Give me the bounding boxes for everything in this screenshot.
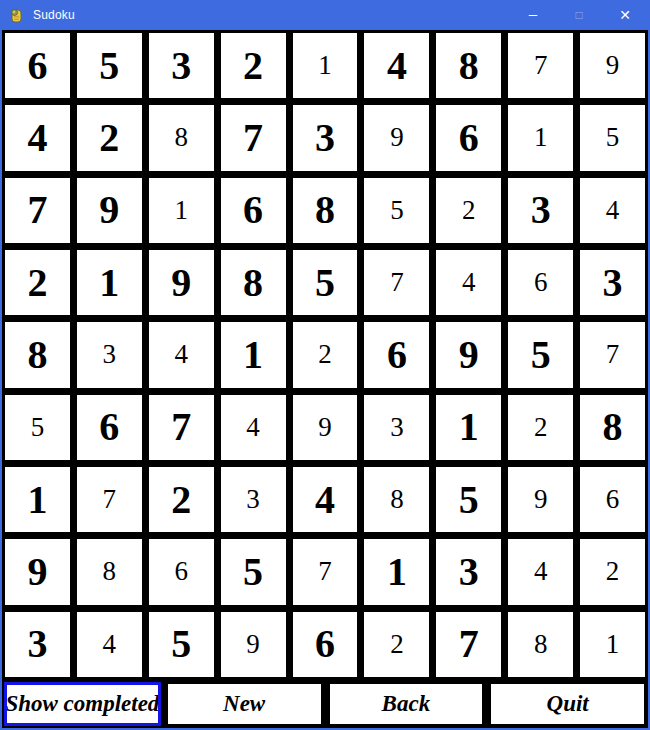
quit-button[interactable]: Quit <box>489 682 646 726</box>
cell-r8c5[interactable]: 7 <box>293 539 358 604</box>
cell-r3c5[interactable]: 8 <box>293 178 358 243</box>
cell-r2c1[interactable]: 4 <box>5 105 70 170</box>
cell-r1c5[interactable]: 1 <box>293 33 358 98</box>
cell-r4c5[interactable]: 5 <box>293 250 358 315</box>
sudoku-window: Sudoku – □ ✕ 653214879428739615791685234… <box>0 0 650 730</box>
cell-r6c8[interactable]: 2 <box>508 395 573 460</box>
sudoku-board: 6532148794287396157916852342198574638341… <box>2 30 648 680</box>
titlebar: Sudoku – □ ✕ <box>2 0 648 30</box>
cell-r4c6[interactable]: 7 <box>364 250 429 315</box>
cell-r5c3[interactable]: 4 <box>149 322 214 387</box>
cell-r1c1[interactable]: 6 <box>5 33 70 98</box>
cell-r1c4[interactable]: 2 <box>221 33 286 98</box>
cell-r4c4[interactable]: 8 <box>221 250 286 315</box>
cell-r1c8[interactable]: 7 <box>508 33 573 98</box>
cell-r6c3[interactable]: 7 <box>149 395 214 460</box>
cell-r5c2[interactable]: 3 <box>77 322 142 387</box>
minimize-button[interactable]: – <box>510 0 556 30</box>
cell-r2c5[interactable]: 3 <box>293 105 358 170</box>
cell-r9c9[interactable]: 1 <box>580 612 645 677</box>
cell-r7c8[interactable]: 9 <box>508 467 573 532</box>
cell-r4c2[interactable]: 1 <box>77 250 142 315</box>
cell-r3c4[interactable]: 6 <box>221 178 286 243</box>
python-app-icon <box>8 7 25 24</box>
cell-r1c3[interactable]: 3 <box>149 33 214 98</box>
cell-r8c4[interactable]: 5 <box>221 539 286 604</box>
cell-r7c9[interactable]: 6 <box>580 467 645 532</box>
maximize-icon: □ <box>575 8 582 22</box>
cell-r5c7[interactable]: 9 <box>436 322 501 387</box>
cell-r6c5[interactable]: 9 <box>293 395 358 460</box>
cell-r8c8[interactable]: 4 <box>508 539 573 604</box>
cell-r9c3[interactable]: 5 <box>149 612 214 677</box>
cell-r2c2[interactable]: 2 <box>77 105 142 170</box>
cell-r9c1[interactable]: 3 <box>5 612 70 677</box>
cell-r5c4[interactable]: 1 <box>221 322 286 387</box>
cell-r2c9[interactable]: 5 <box>580 105 645 170</box>
cell-r1c6[interactable]: 4 <box>364 33 429 98</box>
cell-r5c8[interactable]: 5 <box>508 322 573 387</box>
cell-r7c4[interactable]: 3 <box>221 467 286 532</box>
cell-r3c9[interactable]: 4 <box>580 178 645 243</box>
show-completed-button[interactable]: Show completed <box>4 682 161 726</box>
cell-r8c9[interactable]: 2 <box>580 539 645 604</box>
cell-r9c4[interactable]: 9 <box>221 612 286 677</box>
cell-r1c9[interactable]: 9 <box>580 33 645 98</box>
window-content: 6532148794287396157916852342198574638341… <box>2 30 648 728</box>
cell-r4c9[interactable]: 3 <box>580 250 645 315</box>
cell-r5c6[interactable]: 6 <box>364 322 429 387</box>
cell-r5c9[interactable]: 7 <box>580 322 645 387</box>
cell-r5c5[interactable]: 2 <box>293 322 358 387</box>
cell-r2c7[interactable]: 6 <box>436 105 501 170</box>
cell-r5c1[interactable]: 8 <box>5 322 70 387</box>
cell-r6c2[interactable]: 6 <box>77 395 142 460</box>
cell-r6c7[interactable]: 1 <box>436 395 501 460</box>
cell-r1c7[interactable]: 8 <box>436 33 501 98</box>
back-button[interactable]: Back <box>328 682 485 726</box>
cell-r9c6[interactable]: 2 <box>364 612 429 677</box>
cell-r9c8[interactable]: 8 <box>508 612 573 677</box>
cell-r9c5[interactable]: 6 <box>293 612 358 677</box>
cell-r3c6[interactable]: 5 <box>364 178 429 243</box>
cell-r3c2[interactable]: 9 <box>77 178 142 243</box>
cell-r8c7[interactable]: 3 <box>436 539 501 604</box>
cell-r8c3[interactable]: 6 <box>149 539 214 604</box>
cell-r1c2[interactable]: 5 <box>77 33 142 98</box>
cell-r2c6[interactable]: 9 <box>364 105 429 170</box>
cell-r8c1[interactable]: 9 <box>5 539 70 604</box>
cell-r7c5[interactable]: 4 <box>293 467 358 532</box>
close-button[interactable]: ✕ <box>602 0 648 30</box>
new-button[interactable]: New <box>166 682 323 726</box>
cell-r6c1[interactable]: 5 <box>5 395 70 460</box>
window-title: Sudoku <box>33 8 510 22</box>
cell-r7c1[interactable]: 1 <box>5 467 70 532</box>
cell-r8c2[interactable]: 8 <box>77 539 142 604</box>
cell-r3c8[interactable]: 3 <box>508 178 573 243</box>
cell-r6c4[interactable]: 4 <box>221 395 286 460</box>
cell-r8c6[interactable]: 1 <box>364 539 429 604</box>
cell-r4c3[interactable]: 9 <box>149 250 214 315</box>
maximize-button: □ <box>556 0 602 30</box>
cell-r2c3[interactable]: 8 <box>149 105 214 170</box>
cell-r3c3[interactable]: 1 <box>149 178 214 243</box>
cell-r7c7[interactable]: 5 <box>436 467 501 532</box>
cell-r7c2[interactable]: 7 <box>77 467 142 532</box>
toolbar: Show completedNewBackQuit <box>2 680 648 728</box>
cell-r3c7[interactable]: 2 <box>436 178 501 243</box>
cell-r9c7[interactable]: 7 <box>436 612 501 677</box>
cell-r9c2[interactable]: 4 <box>77 612 142 677</box>
close-icon: ✕ <box>619 7 631 23</box>
cell-r4c1[interactable]: 2 <box>5 250 70 315</box>
cell-r6c9[interactable]: 8 <box>580 395 645 460</box>
cell-r4c8[interactable]: 6 <box>508 250 573 315</box>
cell-r2c8[interactable]: 1 <box>508 105 573 170</box>
cell-r3c1[interactable]: 7 <box>5 178 70 243</box>
cell-r2c4[interactable]: 7 <box>221 105 286 170</box>
cell-r4c7[interactable]: 4 <box>436 250 501 315</box>
cell-r7c3[interactable]: 2 <box>149 467 214 532</box>
cell-r6c6[interactable]: 3 <box>364 395 429 460</box>
minimize-icon: – <box>529 5 537 22</box>
cell-r7c6[interactable]: 8 <box>364 467 429 532</box>
